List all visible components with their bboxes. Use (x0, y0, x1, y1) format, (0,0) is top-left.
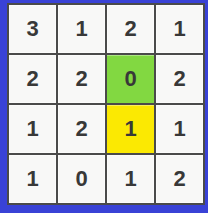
grid-cell-r4c3[interactable]: 1 (107, 155, 154, 203)
grid-cell-r1c4[interactable]: 1 (156, 5, 203, 53)
grid-cell-r1c3[interactable]: 2 (107, 5, 154, 53)
grid-cell-r2c1[interactable]: 2 (9, 55, 56, 103)
grid-cell-r2c3[interactable]: 0 (107, 55, 154, 103)
grid-cell-r2c4[interactable]: 2 (156, 55, 203, 103)
grid-cell-r4c4[interactable]: 2 (156, 155, 203, 203)
grid-cell-r4c2[interactable]: 0 (58, 155, 105, 203)
puzzle-screenshot: 3121220212111012 (0, 0, 208, 213)
grid-cell-r3c1[interactable]: 1 (9, 105, 56, 153)
grid-cell-r3c2[interactable]: 2 (58, 105, 105, 153)
grid-cell-r1c1[interactable]: 3 (9, 5, 56, 53)
grid-cell-r3c3[interactable]: 1 (107, 105, 154, 153)
puzzle-grid: 3121220212111012 (7, 3, 205, 205)
grid-cell-r1c2[interactable]: 1 (58, 5, 105, 53)
grid-cell-r4c1[interactable]: 1 (9, 155, 56, 203)
grid-cell-r2c2[interactable]: 2 (58, 55, 105, 103)
grid-cell-r3c4[interactable]: 1 (156, 105, 203, 153)
